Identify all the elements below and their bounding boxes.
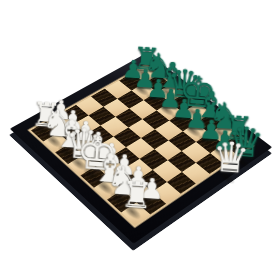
pieces-layer: ♜♞♝♛♚♝♞♜♟♟♟♟♟♟♟♟♜♞♝♛♚♝♞♜♟♟♟♟♟♟♟♟♛♛ [31,65,251,225]
piece-white-rook-h1[interactable]: ♜ [112,160,163,215]
piece-white-spare-queen[interactable]: ♛ [207,126,256,179]
board-frame: ♜♞♝♛♚♝♞♜♟♟♟♟♟♟♟♟♜♞♝♛♚♝♞♜♟♟♟♟♟♟♟♟♛♛ [10,53,272,244]
chess-set-product-photo: ♜♞♝♛♚♝♞♜♟♟♟♟♟♟♟♟♜♞♝♛♚♝♞♜♟♟♟♟♟♟♟♟♛♛ [0,0,280,280]
